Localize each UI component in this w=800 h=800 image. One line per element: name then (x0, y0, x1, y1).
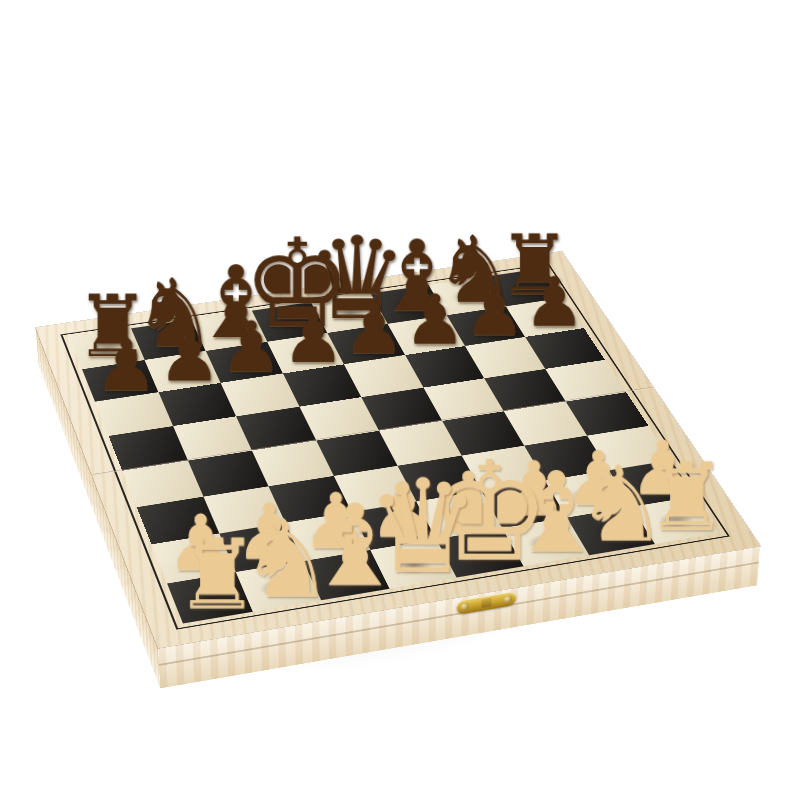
chess-board: ♜♞♝♚♛♝♞♜♟♟♟♟♟♟♟♟♟♟♟♟♟♟♟♟♜♞♝♛♚♝♞♜ (36, 251, 761, 648)
brass-clasp (457, 591, 517, 615)
clasp-plate (481, 598, 491, 608)
square-a1[interactable]: ♜ (167, 572, 252, 623)
product-photo: ♜♞♝♚♛♝♞♜♟♟♟♟♟♟♟♟♟♟♟♟♟♟♟♟♜♞♝♛♚♝♞♜ (0, 0, 800, 800)
clasp-screw-icon (461, 602, 469, 610)
clasp-screw-icon (504, 595, 512, 603)
square-a7[interactable]: ♟ (82, 360, 158, 402)
white-rook-a1[interactable]: ♜ (84, 535, 351, 616)
scene: ♜♞♝♚♛♝♞♜♟♟♟♟♟♟♟♟♟♟♟♟♟♟♟♟♜♞♝♛♚♝♞♜ (0, 0, 800, 800)
black-pawn-a7[interactable]: ♟ (5, 336, 246, 396)
